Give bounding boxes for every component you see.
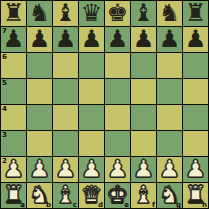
square-e7[interactable]: ♟: [105, 27, 130, 52]
square-f6[interactable]: [131, 53, 156, 78]
piece-white-knight: ♞: [27, 183, 52, 208]
piece-black-bishop: ♝: [131, 1, 156, 26]
piece-white-pawn: ♟: [53, 157, 78, 182]
square-b4[interactable]: [27, 105, 52, 130]
piece-white-pawn: ♟: [105, 157, 130, 182]
square-h3[interactable]: [183, 131, 208, 156]
piece-black-bishop: ♝: [53, 1, 78, 26]
square-b7[interactable]: ♟: [27, 27, 52, 52]
square-g4[interactable]: [157, 105, 182, 130]
square-c2[interactable]: ♟: [53, 157, 78, 182]
square-e3[interactable]: [105, 131, 130, 156]
piece-black-pawn: ♟: [105, 27, 130, 52]
square-a4[interactable]: 4: [1, 105, 26, 130]
piece-white-rook: ♜: [183, 183, 208, 208]
square-h4[interactable]: [183, 105, 208, 130]
square-d3[interactable]: [79, 131, 104, 156]
square-b6[interactable]: [27, 53, 52, 78]
square-a2[interactable]: 2♟: [1, 157, 26, 182]
square-h7[interactable]: ♟: [183, 27, 208, 52]
rank-label-5: 5: [2, 79, 7, 87]
square-a3[interactable]: 3: [1, 131, 26, 156]
piece-black-pawn: ♟: [183, 27, 208, 52]
square-a1[interactable]: a♜: [1, 183, 26, 208]
square-c1[interactable]: c♝: [53, 183, 78, 208]
piece-black-pawn: ♟: [1, 27, 26, 52]
piece-white-pawn: ♟: [131, 157, 156, 182]
square-c8[interactable]: ♝: [53, 1, 78, 26]
piece-black-king: ♚: [105, 1, 130, 26]
square-f4[interactable]: [131, 105, 156, 130]
piece-white-pawn: ♟: [27, 157, 52, 182]
square-d8[interactable]: ♛: [79, 1, 104, 26]
piece-white-bishop: ♝: [131, 183, 156, 208]
square-f7[interactable]: ♟: [131, 27, 156, 52]
square-f1[interactable]: f♝: [131, 183, 156, 208]
square-c3[interactable]: [53, 131, 78, 156]
piece-white-pawn: ♟: [79, 157, 104, 182]
square-b3[interactable]: [27, 131, 52, 156]
square-d2[interactable]: ♟: [79, 157, 104, 182]
square-d7[interactable]: ♟: [79, 27, 104, 52]
square-e1[interactable]: e♚: [105, 183, 130, 208]
square-b2[interactable]: ♟: [27, 157, 52, 182]
piece-black-rook: ♜: [1, 1, 26, 26]
square-a5[interactable]: 5: [1, 79, 26, 104]
square-h8[interactable]: ♜: [183, 1, 208, 26]
square-e5[interactable]: [105, 79, 130, 104]
square-c5[interactable]: [53, 79, 78, 104]
square-a8[interactable]: ♜: [1, 1, 26, 26]
piece-black-pawn: ♟: [157, 27, 182, 52]
piece-white-knight: ♞: [157, 183, 182, 208]
square-e6[interactable]: [105, 53, 130, 78]
square-d6[interactable]: [79, 53, 104, 78]
square-d1[interactable]: d♛: [79, 183, 104, 208]
piece-black-rook: ♜: [183, 1, 208, 26]
square-g1[interactable]: g♞: [157, 183, 182, 208]
square-g7[interactable]: ♟: [157, 27, 182, 52]
square-h5[interactable]: [183, 79, 208, 104]
piece-black-knight: ♞: [27, 1, 52, 26]
square-g6[interactable]: [157, 53, 182, 78]
square-f3[interactable]: [131, 131, 156, 156]
piece-white-pawn: ♟: [183, 157, 208, 182]
chess-board: ♜♞♝♛♚♝♞♜7♟♟♟♟♟♟♟♟65432♟♟♟♟♟♟♟♟a♜b♞c♝d♛e♚…: [0, 0, 209, 209]
piece-white-king: ♚: [105, 183, 130, 208]
piece-white-rook: ♜: [1, 183, 26, 208]
square-e2[interactable]: ♟: [105, 157, 130, 182]
square-a7[interactable]: 7♟: [1, 27, 26, 52]
square-b1[interactable]: b♞: [27, 183, 52, 208]
piece-black-pawn: ♟: [131, 27, 156, 52]
square-c7[interactable]: ♟: [53, 27, 78, 52]
square-g2[interactable]: ♟: [157, 157, 182, 182]
square-g3[interactable]: [157, 131, 182, 156]
square-f5[interactable]: [131, 79, 156, 104]
square-c6[interactable]: [53, 53, 78, 78]
square-h6[interactable]: [183, 53, 208, 78]
square-g8[interactable]: ♞: [157, 1, 182, 26]
square-b8[interactable]: ♞: [27, 1, 52, 26]
piece-black-pawn: ♟: [27, 27, 52, 52]
square-f8[interactable]: ♝: [131, 1, 156, 26]
rank-label-4: 4: [2, 105, 7, 113]
piece-black-pawn: ♟: [79, 27, 104, 52]
square-e8[interactable]: ♚: [105, 1, 130, 26]
piece-white-bishop: ♝: [53, 183, 78, 208]
piece-black-queen: ♛: [79, 1, 104, 26]
rank-label-3: 3: [2, 131, 7, 139]
square-e4[interactable]: [105, 105, 130, 130]
square-h2[interactable]: ♟: [183, 157, 208, 182]
square-b5[interactable]: [27, 79, 52, 104]
square-f2[interactable]: ♟: [131, 157, 156, 182]
square-d4[interactable]: [79, 105, 104, 130]
piece-white-pawn: ♟: [157, 157, 182, 182]
piece-black-knight: ♞: [157, 1, 182, 26]
square-h1[interactable]: h♜: [183, 183, 208, 208]
square-a6[interactable]: 6: [1, 53, 26, 78]
square-g5[interactable]: [157, 79, 182, 104]
square-d5[interactable]: [79, 79, 104, 104]
square-c4[interactable]: [53, 105, 78, 130]
piece-white-queen: ♛: [79, 183, 104, 208]
rank-label-6: 6: [2, 53, 7, 61]
piece-white-pawn: ♟: [1, 157, 26, 182]
piece-black-pawn: ♟: [53, 27, 78, 52]
